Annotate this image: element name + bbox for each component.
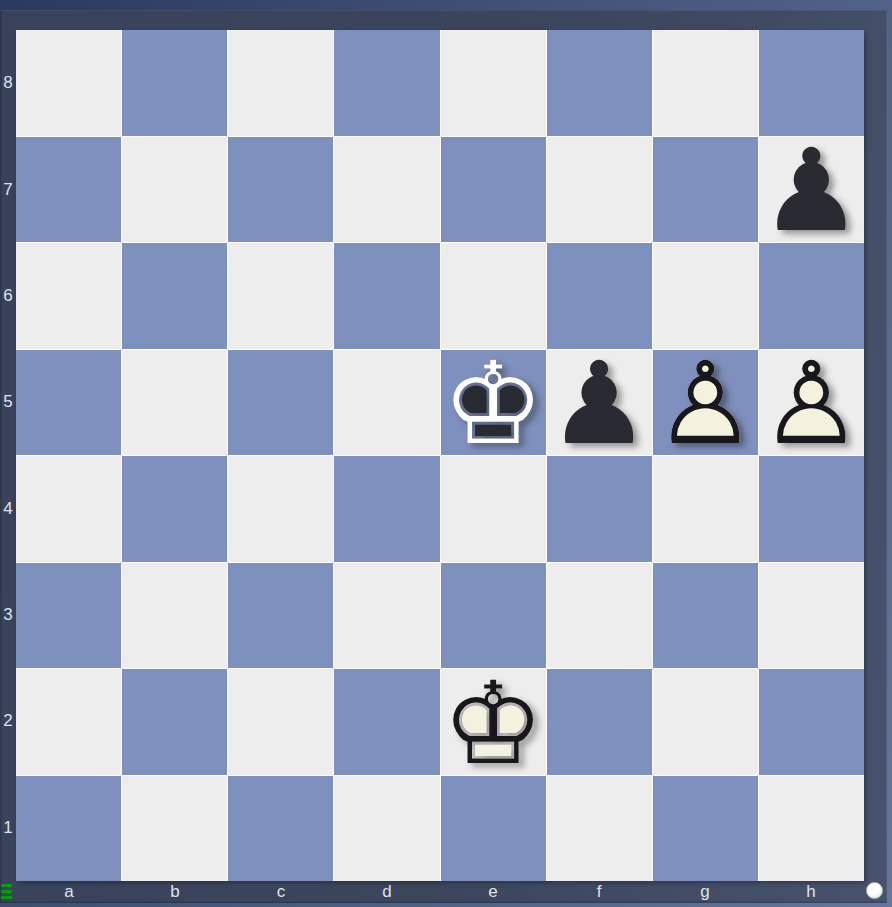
square-c4[interactable] <box>228 456 333 562</box>
file-labels: abcdefgh <box>16 881 864 903</box>
square-c5[interactable] <box>228 350 333 456</box>
square-e7[interactable] <box>441 137 546 243</box>
piece-glyph: ♟ <box>759 139 864 245</box>
square-b4[interactable] <box>122 456 227 562</box>
hamburger-bar <box>1 896 12 899</box>
square-e5[interactable]: ♚♔ <box>441 350 546 456</box>
file-label-f: f <box>546 881 652 903</box>
square-f7[interactable] <box>547 137 652 243</box>
square-f8[interactable] <box>547 30 652 136</box>
hamburger-bar <box>1 884 12 887</box>
square-f2[interactable] <box>547 669 652 775</box>
square-g7[interactable] <box>653 137 758 243</box>
rank-label-1: 1 <box>0 775 16 881</box>
square-f1[interactable] <box>547 776 652 882</box>
rank-labels: 87654321 <box>0 30 16 881</box>
square-h3[interactable] <box>759 563 864 669</box>
square-f6[interactable] <box>547 243 652 349</box>
piece-glyph: ♔ <box>441 352 546 458</box>
piece-black-pawn-h7[interactable]: ♟ <box>759 137 864 243</box>
piece-glyph: ♙ <box>653 352 758 458</box>
piece-black-king-e5[interactable]: ♚♔ <box>441 350 546 456</box>
square-c8[interactable] <box>228 30 333 136</box>
file-label-a: a <box>16 881 122 903</box>
square-b8[interactable] <box>122 30 227 136</box>
piece-white-king-e2[interactable]: ♚♔ <box>441 669 546 775</box>
square-g6[interactable] <box>653 243 758 349</box>
square-h6[interactable] <box>759 243 864 349</box>
file-label-e: e <box>440 881 546 903</box>
square-h7[interactable]: ♟ <box>759 137 864 243</box>
square-a6[interactable] <box>16 243 121 349</box>
square-d3[interactable] <box>334 563 439 669</box>
square-h8[interactable] <box>759 30 864 136</box>
rank-label-4: 4 <box>0 456 16 562</box>
square-h2[interactable] <box>759 669 864 775</box>
chess-board[interactable]: ♟♚♔♟♟♙♟♙♚♔ <box>16 30 864 881</box>
square-a7[interactable] <box>16 137 121 243</box>
rank-label-2: 2 <box>0 668 16 774</box>
square-g5[interactable]: ♟♙ <box>653 350 758 456</box>
square-b6[interactable] <box>122 243 227 349</box>
square-g8[interactable] <box>653 30 758 136</box>
square-h5[interactable]: ♟♙ <box>759 350 864 456</box>
file-label-c: c <box>228 881 334 903</box>
square-e2[interactable]: ♚♔ <box>441 669 546 775</box>
square-a2[interactable] <box>16 669 121 775</box>
rank-label-8: 8 <box>0 30 16 136</box>
square-f5[interactable]: ♟ <box>547 350 652 456</box>
square-a1[interactable] <box>16 776 121 882</box>
hamburger-bar <box>1 890 12 893</box>
piece-glyph: ♙ <box>759 352 864 458</box>
square-f3[interactable] <box>547 563 652 669</box>
square-c6[interactable] <box>228 243 333 349</box>
square-e1[interactable] <box>441 776 546 882</box>
board-frame: 87654321 ♟♚♔♟♟♙♟♙♚♔ abcdefgh <box>0 10 887 903</box>
square-d6[interactable] <box>334 243 439 349</box>
file-label-b: b <box>122 881 228 903</box>
side-to-move-indicator[interactable] <box>866 882 883 899</box>
square-g3[interactable] <box>653 563 758 669</box>
piece-glyph: ♟ <box>547 352 652 458</box>
rank-label-7: 7 <box>0 136 16 242</box>
square-e8[interactable] <box>441 30 546 136</box>
rank-label-6: 6 <box>0 243 16 349</box>
square-e3[interactable] <box>441 563 546 669</box>
square-b1[interactable] <box>122 776 227 882</box>
square-a5[interactable] <box>16 350 121 456</box>
square-h1[interactable] <box>759 776 864 882</box>
square-b5[interactable] <box>122 350 227 456</box>
square-g2[interactable] <box>653 669 758 775</box>
square-g4[interactable] <box>653 456 758 562</box>
piece-white-pawn-g5[interactable]: ♟♙ <box>653 350 758 456</box>
square-h4[interactable] <box>759 456 864 562</box>
piece-glyph: ♔ <box>441 671 546 777</box>
file-label-d: d <box>334 881 440 903</box>
piece-white-pawn-h5[interactable]: ♟♙ <box>759 350 864 456</box>
square-a4[interactable] <box>16 456 121 562</box>
square-d8[interactable] <box>334 30 439 136</box>
square-b7[interactable] <box>122 137 227 243</box>
square-b2[interactable] <box>122 669 227 775</box>
square-c7[interactable] <box>228 137 333 243</box>
square-d4[interactable] <box>334 456 439 562</box>
square-e4[interactable] <box>441 456 546 562</box>
square-d1[interactable] <box>334 776 439 882</box>
square-c3[interactable] <box>228 563 333 669</box>
square-d5[interactable] <box>334 350 439 456</box>
square-d2[interactable] <box>334 669 439 775</box>
square-b3[interactable] <box>122 563 227 669</box>
square-c2[interactable] <box>228 669 333 775</box>
rank-label-3: 3 <box>0 562 16 668</box>
square-g1[interactable] <box>653 776 758 882</box>
square-a8[interactable] <box>16 30 121 136</box>
file-label-h: h <box>758 881 864 903</box>
file-label-g: g <box>652 881 758 903</box>
square-e6[interactable] <box>441 243 546 349</box>
piece-black-pawn-f5[interactable]: ♟ <box>547 350 652 456</box>
square-a3[interactable] <box>16 563 121 669</box>
rank-label-5: 5 <box>0 349 16 455</box>
hamburger-menu-icon[interactable] <box>1 884 13 899</box>
square-c1[interactable] <box>228 776 333 882</box>
square-f4[interactable] <box>547 456 652 562</box>
square-d7[interactable] <box>334 137 439 243</box>
